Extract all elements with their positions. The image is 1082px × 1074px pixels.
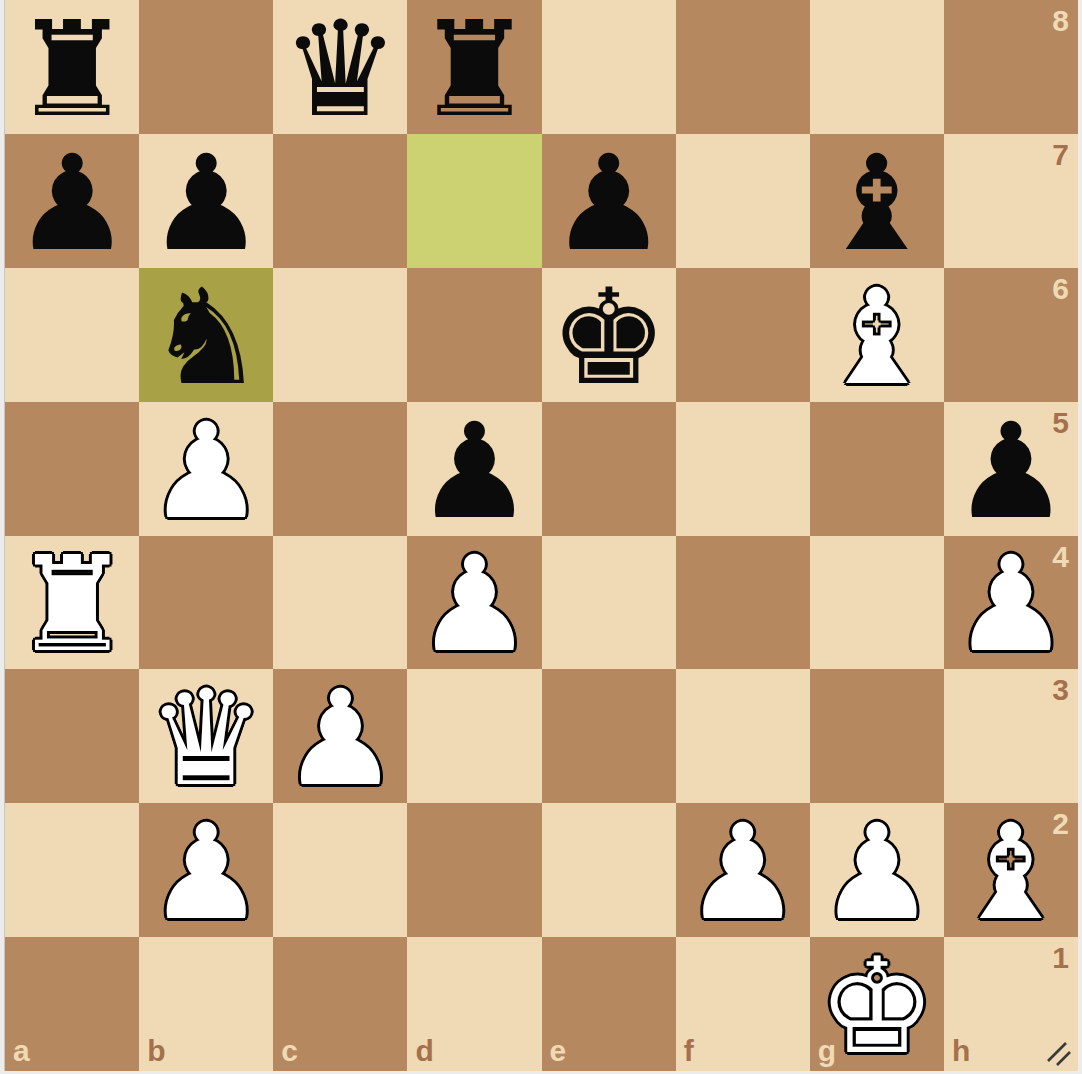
square-a6[interactable] bbox=[5, 268, 139, 402]
square-f2[interactable]: ♟ bbox=[676, 803, 810, 937]
rank-coordinate-1: 1 bbox=[1052, 943, 1069, 973]
square-f8[interactable] bbox=[676, 0, 810, 134]
black-bishop-g7[interactable]: ♝ bbox=[818, 137, 936, 269]
square-d3[interactable] bbox=[407, 669, 541, 803]
square-h5[interactable]: ♟5 bbox=[944, 402, 1078, 536]
square-e4[interactable] bbox=[542, 536, 676, 670]
black-knight-b6[interactable]: ♞ bbox=[147, 271, 265, 403]
square-e8[interactable] bbox=[542, 0, 676, 134]
white-pawn-b5[interactable]: ♟ bbox=[147, 405, 265, 537]
square-f1[interactable]: f bbox=[676, 937, 810, 1071]
square-g2[interactable]: ♟ bbox=[810, 803, 944, 937]
square-e5[interactable] bbox=[542, 402, 676, 536]
square-a7[interactable]: ♟ bbox=[5, 134, 139, 268]
square-d5[interactable]: ♟ bbox=[407, 402, 541, 536]
square-h4[interactable]: ♟4 bbox=[944, 536, 1078, 670]
black-rook-d8[interactable]: ♜ bbox=[415, 3, 533, 135]
rank-coordinate-6: 6 bbox=[1052, 274, 1069, 304]
file-coordinate-h: h bbox=[952, 1036, 970, 1066]
black-king-e6[interactable]: ♚ bbox=[549, 271, 667, 403]
square-f7[interactable] bbox=[676, 134, 810, 268]
square-b1[interactable]: b bbox=[139, 937, 273, 1071]
square-c5[interactable] bbox=[273, 402, 407, 536]
square-h6[interactable]: 6 bbox=[944, 268, 1078, 402]
white-pawn-d4[interactable]: ♟ bbox=[415, 538, 533, 670]
square-e2[interactable] bbox=[542, 803, 676, 937]
square-h2[interactable]: ♝2 bbox=[944, 803, 1078, 937]
black-pawn-e7[interactable]: ♟ bbox=[549, 137, 667, 269]
rank-coordinate-4: 4 bbox=[1052, 542, 1069, 572]
square-a4[interactable]: ♜ bbox=[5, 536, 139, 670]
square-a3[interactable] bbox=[5, 669, 139, 803]
file-coordinate-g: g bbox=[818, 1036, 836, 1066]
square-g5[interactable] bbox=[810, 402, 944, 536]
square-a5[interactable] bbox=[5, 402, 139, 536]
square-b5[interactable]: ♟ bbox=[139, 402, 273, 536]
square-g4[interactable] bbox=[810, 536, 944, 670]
white-pawn-f2[interactable]: ♟ bbox=[684, 806, 802, 938]
rank-coordinate-7: 7 bbox=[1052, 140, 1069, 170]
black-pawn-a7[interactable]: ♟ bbox=[13, 137, 131, 269]
rank-coordinate-8: 8 bbox=[1052, 6, 1069, 36]
square-b7[interactable]: ♟ bbox=[139, 134, 273, 268]
white-pawn-g2[interactable]: ♟ bbox=[818, 806, 936, 938]
white-queen-b3[interactable]: ♛ bbox=[147, 672, 265, 804]
square-e3[interactable] bbox=[542, 669, 676, 803]
board-resize-handle-icon[interactable] bbox=[1045, 1040, 1073, 1068]
black-pawn-b7[interactable]: ♟ bbox=[147, 137, 265, 269]
square-c1[interactable]: c bbox=[273, 937, 407, 1071]
file-coordinate-d: d bbox=[415, 1036, 433, 1066]
square-f6[interactable] bbox=[676, 268, 810, 402]
square-a2[interactable] bbox=[5, 803, 139, 937]
black-rook-a8[interactable]: ♜ bbox=[13, 3, 131, 135]
square-e7[interactable]: ♟ bbox=[542, 134, 676, 268]
file-coordinate-e: e bbox=[550, 1036, 567, 1066]
square-b2[interactable]: ♟ bbox=[139, 803, 273, 937]
square-g7[interactable]: ♝ bbox=[810, 134, 944, 268]
square-d6[interactable] bbox=[407, 268, 541, 402]
square-c7[interactable] bbox=[273, 134, 407, 268]
black-queen-c8[interactable]: ♛ bbox=[281, 3, 399, 135]
white-rook-a4[interactable]: ♜ bbox=[13, 538, 131, 670]
square-g6[interactable]: ♝ bbox=[810, 268, 944, 402]
square-h3[interactable]: 3 bbox=[944, 669, 1078, 803]
chess-board-container: ♜♛♜8♟♟♟♝7♞♚♝6♟♟♟5♜♟♟4♛♟3♟♟♟♝2abcdef♚gh1 bbox=[5, 0, 1078, 1071]
square-d1[interactable]: d bbox=[407, 937, 541, 1071]
file-coordinate-a: a bbox=[13, 1036, 30, 1066]
square-g3[interactable] bbox=[810, 669, 944, 803]
file-coordinate-c: c bbox=[281, 1036, 298, 1066]
square-g1[interactable]: ♚g bbox=[810, 937, 944, 1071]
rank-coordinate-2: 2 bbox=[1052, 809, 1069, 839]
square-h7[interactable]: 7 bbox=[944, 134, 1078, 268]
square-f4[interactable] bbox=[676, 536, 810, 670]
chess-board: ♜♛♜8♟♟♟♝7♞♚♝6♟♟♟5♜♟♟4♛♟3♟♟♟♝2abcdef♚gh1 bbox=[5, 0, 1078, 1071]
rank-coordinate-5: 5 bbox=[1052, 408, 1069, 438]
square-b8[interactable] bbox=[139, 0, 273, 134]
square-d8[interactable]: ♜ bbox=[407, 0, 541, 134]
square-b6[interactable]: ♞ bbox=[139, 268, 273, 402]
square-c8[interactable]: ♛ bbox=[273, 0, 407, 134]
white-pawn-b2[interactable]: ♟ bbox=[147, 806, 265, 938]
square-c6[interactable] bbox=[273, 268, 407, 402]
square-d2[interactable] bbox=[407, 803, 541, 937]
square-e1[interactable]: e bbox=[542, 937, 676, 1071]
square-h8[interactable]: 8 bbox=[944, 0, 1078, 134]
square-e6[interactable]: ♚ bbox=[542, 268, 676, 402]
square-a8[interactable]: ♜ bbox=[5, 0, 139, 134]
square-a1[interactable]: a bbox=[5, 937, 139, 1071]
rank-coordinate-3: 3 bbox=[1052, 675, 1069, 705]
square-b4[interactable] bbox=[139, 536, 273, 670]
black-pawn-d5[interactable]: ♟ bbox=[415, 405, 533, 537]
square-c3[interactable]: ♟ bbox=[273, 669, 407, 803]
square-f3[interactable] bbox=[676, 669, 810, 803]
square-d4[interactable]: ♟ bbox=[407, 536, 541, 670]
white-bishop-g6[interactable]: ♝ bbox=[818, 271, 936, 403]
square-d7[interactable] bbox=[407, 134, 541, 268]
square-g8[interactable] bbox=[810, 0, 944, 134]
square-c4[interactable] bbox=[273, 536, 407, 670]
file-coordinate-b: b bbox=[147, 1036, 165, 1066]
square-c2[interactable] bbox=[273, 803, 407, 937]
white-pawn-c3[interactable]: ♟ bbox=[281, 672, 399, 804]
square-b3[interactable]: ♛ bbox=[139, 669, 273, 803]
square-f5[interactable] bbox=[676, 402, 810, 536]
file-coordinate-f: f bbox=[684, 1036, 694, 1066]
